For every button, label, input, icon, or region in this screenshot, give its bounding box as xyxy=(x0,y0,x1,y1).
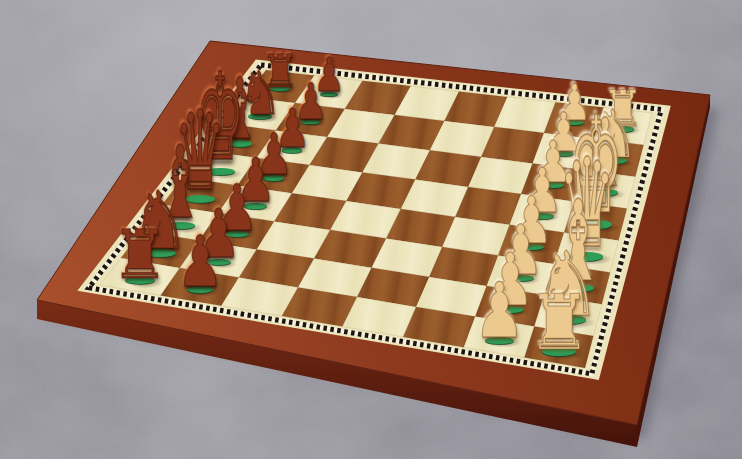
chess-photo: ♜♞♝♛♚♝♞♜♟♟♟♟♟♟♟♟♟♟♟♟♟♟♟♟♜♞♝♛♚♝♞♜ xyxy=(0,0,742,459)
chessboard xyxy=(0,0,742,459)
square-h1 xyxy=(594,108,652,145)
